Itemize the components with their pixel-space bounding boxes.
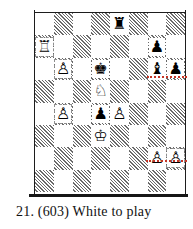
square-d1 bbox=[91, 170, 110, 192]
white-knight-d5: ♘ bbox=[93, 82, 107, 100]
square-h4 bbox=[166, 103, 185, 125]
square-g8 bbox=[148, 13, 167, 35]
square-f4 bbox=[129, 103, 148, 125]
square-d2 bbox=[91, 147, 110, 169]
square-e3 bbox=[110, 125, 129, 147]
square-f5 bbox=[129, 80, 148, 102]
square-b5 bbox=[54, 80, 73, 102]
square-a8 bbox=[35, 13, 54, 35]
square-f2 bbox=[129, 147, 148, 169]
square-d3: ♔ bbox=[91, 125, 110, 147]
white-pawn-e4: ♙ bbox=[112, 105, 126, 123]
square-h8 bbox=[166, 13, 185, 35]
square-g7: ♟ bbox=[148, 35, 167, 57]
square-g4 bbox=[148, 103, 167, 125]
white-pawn-g2: ♙ bbox=[150, 149, 164, 167]
square-c7 bbox=[73, 35, 92, 57]
square-f6 bbox=[129, 58, 148, 80]
white-king-d3: ♔ bbox=[93, 127, 107, 145]
square-c6 bbox=[73, 58, 92, 80]
board-border-bottom bbox=[29, 194, 188, 197]
square-b6: ♙ bbox=[54, 58, 73, 80]
board-border-right bbox=[185, 10, 186, 197]
square-a1 bbox=[35, 170, 54, 192]
white-pawn-b4: ♙ bbox=[55, 105, 71, 123]
square-f8 bbox=[129, 13, 148, 35]
square-e1 bbox=[110, 170, 129, 192]
square-f3 bbox=[129, 125, 148, 147]
square-e6 bbox=[110, 58, 129, 80]
square-e5 bbox=[110, 80, 129, 102]
black-pawn-g7: ♟ bbox=[149, 38, 165, 56]
square-a3 bbox=[35, 125, 54, 147]
square-b3 bbox=[54, 125, 73, 147]
square-g2: ♙ bbox=[148, 147, 167, 169]
square-b7 bbox=[54, 35, 73, 57]
square-f7 bbox=[129, 35, 148, 57]
scan-artifact-underline-g2h2 bbox=[146, 160, 187, 162]
square-e4: ♙ bbox=[110, 103, 129, 125]
white-rook-a7: ♖ bbox=[36, 38, 52, 56]
square-h7 bbox=[166, 35, 185, 57]
square-a6 bbox=[35, 58, 54, 80]
square-e7 bbox=[110, 35, 129, 57]
square-h3 bbox=[166, 125, 185, 147]
scan-artifact-underline-g6h6 bbox=[147, 76, 187, 78]
square-d5: ♘ bbox=[91, 80, 110, 102]
black-rook-e8: ♜ bbox=[112, 15, 126, 33]
square-c5 bbox=[73, 80, 92, 102]
white-pawn-h2: ♙ bbox=[167, 149, 183, 167]
square-b8 bbox=[54, 13, 73, 35]
square-a5 bbox=[35, 80, 54, 102]
square-b1 bbox=[54, 170, 73, 192]
square-e8: ♜ bbox=[110, 13, 129, 35]
square-a4 bbox=[35, 103, 54, 125]
square-d7 bbox=[91, 35, 110, 57]
square-g5 bbox=[148, 80, 167, 102]
square-d4: ♟ bbox=[91, 103, 110, 125]
square-b2 bbox=[54, 147, 73, 169]
square-c3 bbox=[73, 125, 92, 147]
black-pawn-d4: ♟ bbox=[92, 105, 108, 123]
square-d6: ♚ bbox=[91, 58, 110, 80]
white-pawn-b6: ♙ bbox=[55, 60, 71, 78]
square-a7: ♖ bbox=[35, 35, 54, 57]
square-d8 bbox=[91, 13, 110, 35]
square-h5 bbox=[166, 80, 185, 102]
diagram-caption: 21. (603) White to play bbox=[16, 204, 151, 220]
square-h2: ♙ bbox=[166, 147, 185, 169]
square-g3 bbox=[148, 125, 167, 147]
black-king-d6: ♚ bbox=[92, 60, 108, 78]
square-g1 bbox=[148, 170, 167, 192]
square-f1 bbox=[129, 170, 148, 192]
square-c2 bbox=[73, 147, 92, 169]
square-c4 bbox=[73, 103, 92, 125]
square-c8 bbox=[73, 13, 92, 35]
square-b4: ♙ bbox=[54, 103, 73, 125]
square-e2 bbox=[110, 147, 129, 169]
square-h1 bbox=[166, 170, 185, 192]
chess-board: ♜♖♟♙♚♝♟♘♙♟♙♔♙♙ bbox=[35, 13, 185, 192]
square-c1 bbox=[73, 170, 92, 192]
square-a2 bbox=[35, 147, 54, 169]
